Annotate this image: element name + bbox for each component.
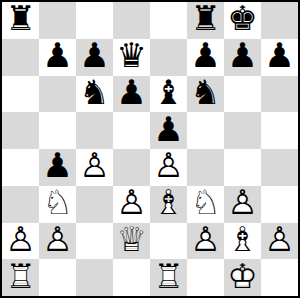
square-a6[interactable] — [2, 76, 39, 113]
piece-black-pawn-h7[interactable]: ♟ — [261, 39, 298, 76]
square-a7[interactable] — [2, 39, 39, 76]
piece-black-pawn-e5[interactable]: ♟ — [150, 112, 187, 149]
square-a4[interactable] — [2, 149, 39, 186]
square-c2[interactable] — [76, 223, 113, 260]
piece-black-pawn-d6[interactable]: ♟ — [113, 76, 150, 113]
square-e6[interactable]: ♝ — [150, 76, 187, 113]
black-piece-glyph: ♟ — [113, 74, 150, 111]
black-piece-glyph: ♟ — [224, 37, 261, 74]
piece-black-pawn-c7[interactable]: ♟ — [76, 39, 113, 76]
piece-black-pawn-b7[interactable]: ♟ — [39, 39, 76, 76]
square-c7[interactable]: ♟ — [76, 39, 113, 76]
square-d2[interactable]: ♛♕ — [113, 223, 150, 260]
white-piece-outline-layer: ♙ — [261, 221, 298, 258]
square-d8[interactable] — [113, 2, 150, 39]
square-a5[interactable] — [2, 112, 39, 149]
white-piece-outline-layer: ♙ — [224, 184, 261, 221]
square-h8[interactable] — [261, 2, 298, 39]
square-c6[interactable]: ♞ — [76, 76, 113, 113]
square-d4[interactable] — [113, 149, 150, 186]
square-g1[interactable]: ♚♔ — [224, 259, 261, 296]
square-g8[interactable]: ♚ — [224, 2, 261, 39]
piece-white-knight-f3[interactable]: ♞♘ — [187, 186, 224, 223]
square-f1[interactable] — [187, 259, 224, 296]
white-piece-outline-layer: ♖ — [150, 257, 187, 294]
square-h6[interactable] — [261, 76, 298, 113]
square-d5[interactable] — [113, 112, 150, 149]
piece-black-king-g8[interactable]: ♚ — [224, 2, 261, 39]
square-b7[interactable]: ♟ — [39, 39, 76, 76]
square-h7[interactable]: ♟ — [261, 39, 298, 76]
piece-black-rook-a8[interactable]: ♜ — [2, 2, 39, 39]
square-c1[interactable] — [76, 259, 113, 296]
square-a2[interactable]: ♟♙ — [2, 223, 39, 260]
square-f6[interactable]: ♞ — [187, 76, 224, 113]
square-b1[interactable] — [39, 259, 76, 296]
white-piece-outline-layer: ♙ — [113, 184, 150, 221]
white-piece-outline-layer: ♘ — [39, 184, 76, 221]
square-b8[interactable] — [39, 2, 76, 39]
square-d1[interactable] — [113, 259, 150, 296]
square-g6[interactable] — [224, 76, 261, 113]
square-c5[interactable] — [76, 112, 113, 149]
black-piece-glyph: ♟ — [187, 37, 224, 74]
white-piece-outline-layer: ♗ — [224, 221, 261, 258]
piece-black-bishop-e6[interactable]: ♝ — [150, 76, 187, 113]
piece-black-pawn-g7[interactable]: ♟ — [224, 39, 261, 76]
square-h5[interactable] — [261, 112, 298, 149]
white-piece-outline-layer: ♙ — [39, 221, 76, 258]
square-a1[interactable]: ♜♖ — [2, 259, 39, 296]
square-b2[interactable]: ♟♙ — [39, 223, 76, 260]
square-h4[interactable] — [261, 149, 298, 186]
square-d6[interactable]: ♟ — [113, 76, 150, 113]
square-b5[interactable] — [39, 112, 76, 149]
piece-white-pawn-g3[interactable]: ♟♙ — [224, 186, 261, 223]
square-h1[interactable] — [261, 259, 298, 296]
black-piece-glyph: ♞ — [187, 74, 224, 111]
square-b4[interactable]: ♟ — [39, 149, 76, 186]
white-piece-outline-layer: ♙ — [187, 221, 224, 258]
square-b3[interactable]: ♞♘ — [39, 186, 76, 223]
square-g5[interactable] — [224, 112, 261, 149]
black-piece-glyph: ♜ — [187, 0, 224, 37]
piece-white-pawn-c4[interactable]: ♟♙ — [76, 149, 113, 186]
square-f7[interactable]: ♟ — [187, 39, 224, 76]
black-piece-glyph: ♟ — [76, 37, 113, 74]
white-piece-outline-layer: ♘ — [187, 184, 224, 221]
square-e3[interactable]: ♝♗ — [150, 186, 187, 223]
piece-white-queen-d2[interactable]: ♛♕ — [113, 223, 150, 260]
square-c8[interactable] — [76, 2, 113, 39]
piece-white-pawn-h2[interactable]: ♟♙ — [261, 223, 298, 260]
black-piece-glyph: ♞ — [76, 74, 113, 111]
square-g3[interactable]: ♟♙ — [224, 186, 261, 223]
piece-white-rook-e1[interactable]: ♜♖ — [150, 259, 187, 296]
white-piece-outline-layer: ♕ — [113, 221, 150, 258]
square-a8[interactable]: ♜ — [2, 2, 39, 39]
white-piece-outline-layer: ♙ — [76, 147, 113, 184]
square-c4[interactable]: ♟♙ — [76, 149, 113, 186]
white-piece-outline-layer: ♙ — [2, 221, 39, 258]
piece-white-rook-a1[interactable]: ♜♖ — [2, 259, 39, 296]
black-piece-glyph: ♟ — [261, 37, 298, 74]
square-b6[interactable] — [39, 76, 76, 113]
square-e8[interactable] — [150, 2, 187, 39]
square-c3[interactable] — [76, 186, 113, 223]
black-piece-glyph: ♟ — [150, 110, 187, 147]
square-e7[interactable] — [150, 39, 187, 76]
piece-white-king-g1[interactable]: ♚♔ — [224, 259, 261, 296]
square-h2[interactable]: ♟♙ — [261, 223, 298, 260]
black-piece-glyph: ♟ — [39, 37, 76, 74]
chess-board: ♜♜♚♟♟♛♟♟♟♞♟♝♞♟♟♟♙♟♙♞♘♟♙♝♗♞♘♟♙♟♙♟♙♛♕♟♙♝♗♟… — [0, 0, 300, 298]
piece-white-knight-b3[interactable]: ♞♘ — [39, 186, 76, 223]
square-f3[interactable]: ♞♘ — [187, 186, 224, 223]
black-piece-glyph: ♝ — [150, 74, 187, 111]
piece-black-pawn-f7[interactable]: ♟ — [187, 39, 224, 76]
black-piece-glyph: ♜ — [2, 0, 39, 37]
square-d7[interactable]: ♛ — [113, 39, 150, 76]
square-h3[interactable] — [261, 186, 298, 223]
piece-black-knight-c6[interactable]: ♞ — [76, 76, 113, 113]
piece-white-pawn-e4[interactable]: ♟♙ — [150, 149, 187, 186]
piece-black-queen-d7[interactable]: ♛ — [113, 39, 150, 76]
square-f2[interactable]: ♟♙ — [187, 223, 224, 260]
white-piece-outline-layer: ♖ — [2, 257, 39, 294]
square-g2[interactable]: ♝♗ — [224, 223, 261, 260]
black-piece-glyph: ♛ — [113, 37, 150, 74]
white-piece-outline-layer: ♙ — [150, 147, 187, 184]
square-g7[interactable]: ♟ — [224, 39, 261, 76]
piece-white-pawn-f2[interactable]: ♟♙ — [187, 223, 224, 260]
piece-white-bishop-g2[interactable]: ♝♗ — [224, 223, 261, 260]
white-piece-outline-layer: ♔ — [224, 257, 261, 294]
white-piece-outline-layer: ♗ — [150, 184, 187, 221]
square-e2[interactable] — [150, 223, 187, 260]
square-d3[interactable]: ♟♙ — [113, 186, 150, 223]
black-piece-glyph: ♚ — [224, 0, 261, 37]
piece-white-pawn-a2[interactable]: ♟♙ — [2, 223, 39, 260]
piece-black-rook-f8[interactable]: ♜ — [187, 2, 224, 39]
piece-black-knight-f6[interactable]: ♞ — [187, 76, 224, 113]
piece-black-pawn-b4[interactable]: ♟ — [39, 149, 76, 186]
square-g4[interactable] — [224, 149, 261, 186]
piece-white-pawn-b2[interactable]: ♟♙ — [39, 223, 76, 260]
square-f8[interactable]: ♜ — [187, 2, 224, 39]
square-e4[interactable]: ♟♙ — [150, 149, 187, 186]
square-e5[interactable]: ♟ — [150, 112, 187, 149]
square-f4[interactable] — [187, 149, 224, 186]
piece-white-bishop-e3[interactable]: ♝♗ — [150, 186, 187, 223]
square-e1[interactable]: ♜♖ — [150, 259, 187, 296]
square-f5[interactable] — [187, 112, 224, 149]
black-piece-glyph: ♟ — [39, 147, 76, 184]
piece-white-pawn-d3[interactable]: ♟♙ — [113, 186, 150, 223]
square-a3[interactable] — [2, 186, 39, 223]
